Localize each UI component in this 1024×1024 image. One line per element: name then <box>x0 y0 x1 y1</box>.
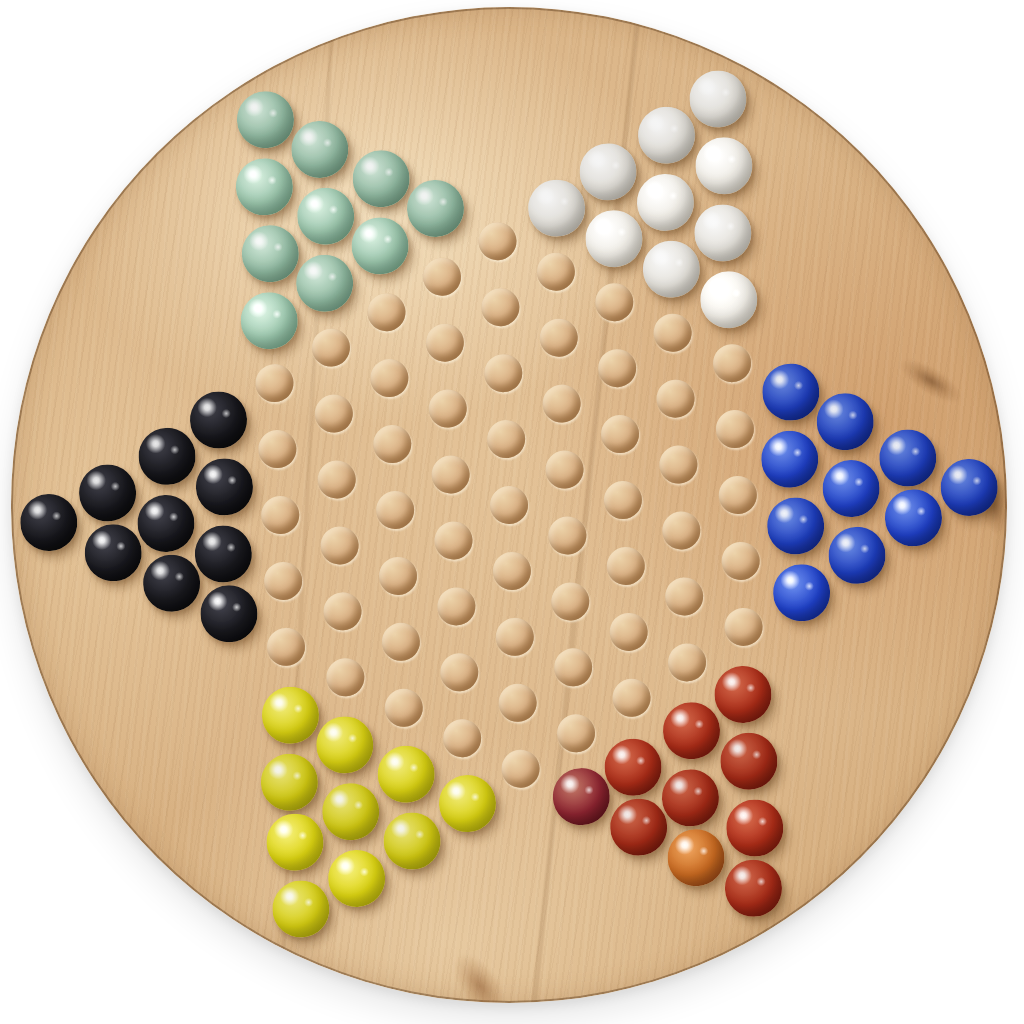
marble-red[interactable] <box>662 701 721 760</box>
board-hole[interactable] <box>492 551 532 591</box>
board-hole[interactable] <box>434 521 474 561</box>
marble-black[interactable] <box>194 457 253 516</box>
board-hole[interactable] <box>481 287 521 327</box>
marble-yellow[interactable] <box>265 812 324 871</box>
board-hole[interactable] <box>384 688 424 728</box>
marble-green[interactable] <box>352 149 411 208</box>
marble-yellow[interactable] <box>271 879 330 938</box>
board-hole[interactable] <box>603 480 643 520</box>
marble-yellow[interactable] <box>438 773 497 832</box>
board-hole[interactable] <box>442 718 482 758</box>
board-hole[interactable] <box>668 643 708 683</box>
board-hole[interactable] <box>372 424 412 464</box>
board-hole[interactable] <box>612 678 652 718</box>
marble-white[interactable] <box>694 136 753 195</box>
board-hole[interactable] <box>598 348 638 388</box>
board-hole[interactable] <box>606 546 646 586</box>
board-hole[interactable] <box>375 490 415 530</box>
marble-blue[interactable] <box>883 488 942 547</box>
marble-blue[interactable] <box>766 496 825 555</box>
marble-red[interactable] <box>603 737 662 796</box>
marble-green[interactable] <box>295 253 354 312</box>
board-hole[interactable] <box>551 582 591 622</box>
marble-green[interactable] <box>351 216 410 275</box>
marble-red[interactable] <box>713 664 772 723</box>
board-hole[interactable] <box>325 658 365 698</box>
marble-red-deep-maroon[interactable] <box>551 766 610 825</box>
board-hole[interactable] <box>267 627 307 667</box>
board-hole[interactable] <box>595 282 635 322</box>
marble-white[interactable] <box>636 172 695 231</box>
board-hole[interactable] <box>498 683 538 723</box>
marble-white[interactable] <box>578 142 637 201</box>
marble-green[interactable] <box>236 90 295 149</box>
board-hole[interactable] <box>261 495 301 535</box>
marble-yellow[interactable] <box>260 752 319 811</box>
board-hole[interactable] <box>439 653 479 693</box>
marble-red[interactable] <box>661 768 720 827</box>
board-hole[interactable] <box>316 460 356 500</box>
board-hole[interactable] <box>489 485 529 525</box>
marble-white[interactable] <box>527 178 586 237</box>
marble-red-amber-orange[interactable] <box>666 827 725 886</box>
marble-green[interactable] <box>240 223 299 282</box>
marble-yellow[interactable] <box>315 715 374 774</box>
board-hole[interactable] <box>381 622 421 662</box>
marble-yellow[interactable] <box>327 848 386 907</box>
board-hole[interactable] <box>428 389 468 429</box>
board-hole[interactable] <box>720 541 760 581</box>
board-hole[interactable] <box>665 577 705 617</box>
board-hole[interactable] <box>366 292 406 332</box>
marble-green[interactable] <box>290 119 349 178</box>
board-hole[interactable] <box>712 343 752 383</box>
board-hole[interactable] <box>425 323 465 363</box>
marble-yellow[interactable] <box>382 811 441 870</box>
marble-blue[interactable] <box>822 458 881 517</box>
board-hole[interactable] <box>311 328 351 368</box>
marble-black[interactable] <box>136 493 195 552</box>
marble-blue[interactable] <box>772 563 831 622</box>
board-hole[interactable] <box>542 384 582 424</box>
board-hole[interactable] <box>548 516 588 556</box>
marble-green[interactable] <box>239 291 298 350</box>
board-hole[interactable] <box>431 455 471 495</box>
marble-white[interactable] <box>642 239 701 298</box>
star-hole-grid <box>11 7 1007 1003</box>
board-hole[interactable] <box>422 257 462 297</box>
marble-black[interactable] <box>188 390 247 449</box>
board-hole[interactable] <box>601 414 641 454</box>
board-hole[interactable] <box>436 587 476 627</box>
chinese-checkers-board <box>11 7 1007 1003</box>
marble-blue[interactable] <box>816 392 875 451</box>
board-hole[interactable] <box>723 607 763 647</box>
board-hole[interactable] <box>264 561 304 601</box>
marble-red[interactable] <box>719 731 778 790</box>
marble-white[interactable] <box>637 105 696 164</box>
board-hole[interactable] <box>495 617 535 657</box>
marble-yellow[interactable] <box>321 781 380 840</box>
marble-white[interactable] <box>584 208 643 267</box>
marble-black[interactable] <box>141 553 200 612</box>
board-hole[interactable] <box>258 429 298 469</box>
board-hole[interactable] <box>536 252 576 292</box>
board-hole[interactable] <box>718 475 758 515</box>
marble-blue[interactable] <box>878 428 937 487</box>
board-hole[interactable] <box>483 353 523 393</box>
marble-blue[interactable] <box>760 429 819 488</box>
board-hole[interactable] <box>369 358 409 398</box>
board-hole[interactable] <box>319 526 359 566</box>
marble-white[interactable] <box>699 269 758 328</box>
marble-green[interactable] <box>235 157 294 216</box>
marble-red[interactable] <box>724 858 783 917</box>
board-hole[interactable] <box>314 394 354 434</box>
board-hole[interactable] <box>539 318 579 358</box>
marble-blue[interactable] <box>828 525 887 584</box>
marble-white[interactable] <box>688 69 747 128</box>
board-hole[interactable] <box>556 713 596 753</box>
board-hole[interactable] <box>322 592 362 632</box>
marble-red[interactable] <box>609 797 668 856</box>
marble-green[interactable] <box>406 178 465 237</box>
board-hole[interactable] <box>662 511 702 551</box>
board-hole[interactable] <box>609 612 649 652</box>
marble-blue[interactable] <box>939 457 998 516</box>
board-hole[interactable] <box>545 450 585 490</box>
marble-green[interactable] <box>296 186 355 245</box>
marble-black[interactable] <box>199 584 258 643</box>
board-hole[interactable] <box>653 313 693 353</box>
board-hole[interactable] <box>501 749 541 789</box>
board-hole[interactable] <box>486 419 526 459</box>
marble-black[interactable] <box>193 524 252 583</box>
marble-white[interactable] <box>693 203 752 262</box>
board-hole[interactable] <box>656 379 696 419</box>
marble-yellow[interactable] <box>377 744 436 803</box>
board-hole[interactable] <box>659 445 699 485</box>
marble-black[interactable] <box>78 463 137 522</box>
board-hole[interactable] <box>553 648 593 688</box>
marble-black[interactable] <box>84 523 143 582</box>
marble-black[interactable] <box>137 426 196 485</box>
marble-yellow[interactable] <box>261 685 320 744</box>
marble-red[interactable] <box>725 798 784 857</box>
marble-blue[interactable] <box>761 362 820 421</box>
board-hole[interactable] <box>715 409 755 449</box>
board-hole[interactable] <box>378 556 418 596</box>
marble-black[interactable] <box>19 492 78 551</box>
board-hole[interactable] <box>478 221 518 261</box>
board-hole[interactable] <box>255 363 295 403</box>
photo-scene <box>0 0 1024 1024</box>
